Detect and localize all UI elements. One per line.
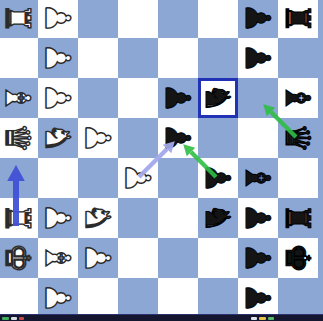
square-g8[interactable]: ♚ (278, 238, 318, 278)
square-g3[interactable]: ♟ (78, 238, 118, 278)
square-e5[interactable] (158, 158, 198, 198)
square-a3[interactable] (78, 0, 118, 38)
square-b8[interactable] (278, 38, 318, 78)
square-e1[interactable] (0, 158, 38, 198)
chess-board: ♜♟♟♜♟♟♝♟♟♞♝♛♞♟♟♛♟♟♝♜♟♞♞♟♜♚♝♟♟♚♟♟ (0, 0, 318, 318)
square-f1[interactable]: ♜ (0, 198, 38, 238)
black-pawn-h7: ♟ (238, 283, 278, 313)
square-e4[interactable]: ♟ (118, 158, 158, 198)
white-pawn-f2: ♟ (38, 203, 78, 233)
square-d7[interactable] (238, 118, 278, 158)
square-a5[interactable] (158, 0, 198, 38)
bottom-bar-speck-right-3 (251, 317, 257, 320)
square-e6[interactable]: ♟ (198, 158, 238, 198)
square-d6[interactable] (198, 118, 238, 158)
square-e8[interactable] (278, 158, 318, 198)
square-h5[interactable] (158, 278, 198, 318)
square-d2[interactable]: ♞ (38, 118, 78, 158)
square-a7[interactable]: ♟ (238, 0, 278, 38)
black-pawn-f7: ♟ (238, 203, 278, 233)
square-c4[interactable] (118, 78, 158, 118)
black-pawn-e6: ♟ (198, 163, 238, 193)
square-f4[interactable] (118, 198, 158, 238)
square-g4[interactable] (118, 238, 158, 278)
bottom-bar-speck-left-2 (19, 317, 24, 320)
bottom-bar-speck-right-4 (259, 317, 266, 320)
black-bishop-c8: ♝ (278, 83, 318, 113)
black-king-g8: ♚ (278, 243, 318, 273)
square-h8[interactable] (278, 278, 318, 318)
chess-app-screen: ♜♟♟♜♟♟♝♟♟♞♝♛♞♟♟♛♟♟♝♜♟♞♞♟♜♚♝♟♟♚♟♟ (0, 0, 323, 321)
square-c5[interactable]: ♟ (158, 78, 198, 118)
white-rook-f1: ♜ (0, 203, 38, 233)
black-rook-f8: ♜ (278, 203, 318, 233)
black-knight-c6: ♞ (198, 83, 238, 113)
white-pawn-a2: ♟ (38, 3, 78, 33)
square-a8[interactable]: ♜ (278, 0, 318, 38)
square-h7[interactable]: ♟ (238, 278, 278, 318)
square-d5[interactable]: ♟ (158, 118, 198, 158)
square-c6[interactable]: ♞ (198, 78, 238, 118)
square-b1[interactable] (0, 38, 38, 78)
white-pawn-b2: ♟ (38, 43, 78, 73)
square-a4[interactable] (118, 0, 158, 38)
board-edge-sliver (318, 0, 323, 314)
black-queen-d8: ♛ (278, 123, 318, 153)
white-pawn-e4: ♟ (118, 163, 158, 193)
square-b7[interactable]: ♟ (238, 38, 278, 78)
square-g6[interactable] (198, 238, 238, 278)
square-b2[interactable]: ♟ (38, 38, 78, 78)
square-a1[interactable]: ♜ (0, 0, 38, 38)
black-pawn-b7: ♟ (238, 43, 278, 73)
square-d3[interactable]: ♟ (78, 118, 118, 158)
white-pawn-g3: ♟ (78, 243, 118, 273)
square-c3[interactable] (78, 78, 118, 118)
square-f5[interactable] (158, 198, 198, 238)
square-f8[interactable]: ♜ (278, 198, 318, 238)
white-pawn-d3: ♟ (78, 123, 118, 153)
square-a2[interactable]: ♟ (38, 0, 78, 38)
black-pawn-d5: ♟ (158, 123, 198, 153)
black-pawn-a7: ♟ (238, 3, 278, 33)
black-pawn-c5: ♟ (158, 83, 198, 113)
square-h1[interactable] (0, 278, 38, 318)
white-rook-a1: ♜ (0, 3, 38, 33)
square-g5[interactable] (158, 238, 198, 278)
square-g1[interactable]: ♚ (0, 238, 38, 278)
black-bishop-e7: ♝ (238, 163, 278, 193)
white-pawn-h2: ♟ (38, 283, 78, 313)
white-queen-d1: ♛ (0, 123, 38, 153)
square-e7[interactable]: ♝ (238, 158, 278, 198)
square-d4[interactable] (118, 118, 158, 158)
black-knight-f6: ♞ (198, 203, 238, 233)
white-knight-f3: ♞ (78, 203, 118, 233)
square-d8[interactable]: ♛ (278, 118, 318, 158)
square-h2[interactable]: ♟ (38, 278, 78, 318)
square-e2[interactable] (38, 158, 78, 198)
square-d1[interactable]: ♛ (0, 118, 38, 158)
white-bishop-g2: ♝ (38, 243, 78, 273)
square-a6[interactable] (198, 0, 238, 38)
square-b4[interactable] (118, 38, 158, 78)
square-b6[interactable] (198, 38, 238, 78)
square-c1[interactable]: ♝ (0, 78, 38, 118)
white-pawn-c2: ♟ (38, 83, 78, 113)
square-c7[interactable] (238, 78, 278, 118)
square-b5[interactable] (158, 38, 198, 78)
square-h3[interactable] (78, 278, 118, 318)
square-e3[interactable] (78, 158, 118, 198)
square-h6[interactable] (198, 278, 238, 318)
square-c2[interactable]: ♟ (38, 78, 78, 118)
bottom-bar-speck-right-5 (268, 317, 274, 320)
black-rook-a8: ♜ (278, 3, 318, 33)
square-g7[interactable]: ♟ (238, 238, 278, 278)
black-pawn-g7: ♟ (238, 243, 278, 273)
bottom-toolbar (0, 314, 323, 321)
square-f3[interactable]: ♞ (78, 198, 118, 238)
square-f2[interactable]: ♟ (38, 198, 78, 238)
bottom-bar-speck-left-1 (11, 317, 17, 320)
white-king-g1: ♚ (0, 243, 38, 273)
square-b3[interactable] (78, 38, 118, 78)
square-f7[interactable]: ♟ (238, 198, 278, 238)
white-bishop-c1: ♝ (0, 83, 38, 113)
bottom-bar-speck-left-0 (2, 317, 9, 320)
square-g2[interactable]: ♝ (38, 238, 78, 278)
white-knight-d2: ♞ (38, 123, 78, 153)
square-f6[interactable]: ♞ (198, 198, 238, 238)
square-h4[interactable] (118, 278, 158, 318)
square-c8[interactable]: ♝ (278, 78, 318, 118)
